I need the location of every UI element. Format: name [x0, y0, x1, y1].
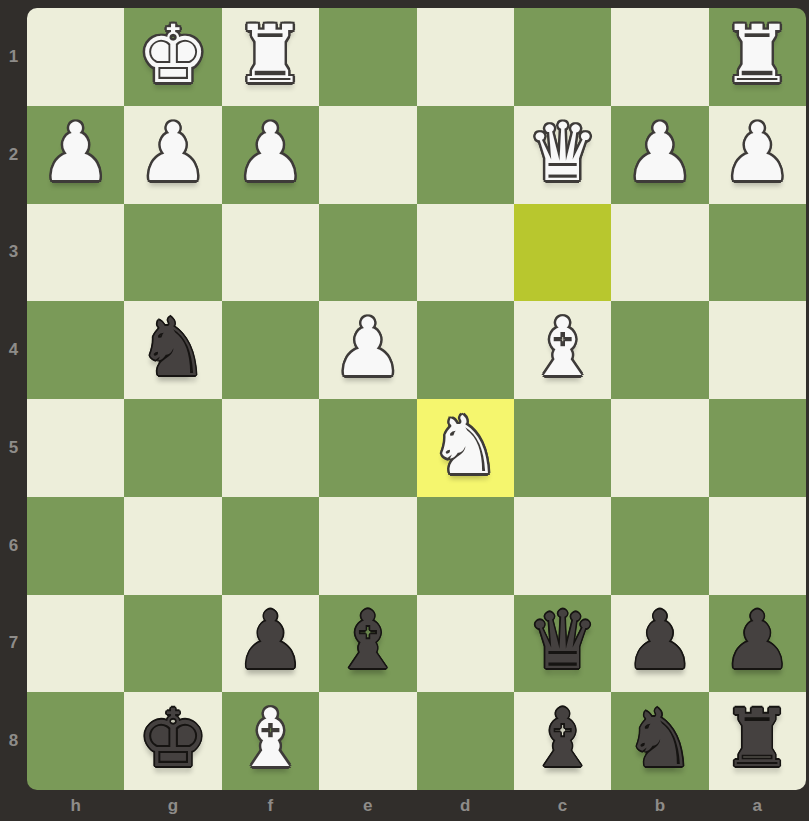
square-h4[interactable] — [27, 301, 124, 399]
square-d2[interactable] — [417, 106, 514, 204]
square-g2[interactable]: ♟ — [124, 106, 221, 204]
white-king[interactable]: ♚ — [137, 15, 209, 95]
square-a5[interactable] — [709, 399, 806, 497]
square-a2[interactable]: ♟ — [709, 106, 806, 204]
white-pawn[interactable]: ♟ — [235, 113, 307, 193]
square-b5[interactable] — [611, 399, 708, 497]
square-e8[interactable] — [319, 692, 416, 790]
square-b3[interactable] — [611, 204, 708, 302]
square-a7[interactable]: ♟ — [709, 595, 806, 693]
square-c8[interactable]: ♝ — [514, 692, 611, 790]
square-d6[interactable] — [417, 497, 514, 595]
square-b4[interactable] — [611, 301, 708, 399]
square-f6[interactable] — [222, 497, 319, 595]
square-a3[interactable] — [709, 204, 806, 302]
square-g5[interactable] — [124, 399, 221, 497]
square-c4[interactable]: ♝ — [514, 301, 611, 399]
square-b2[interactable]: ♟ — [611, 106, 708, 204]
rank-label-1: 1 — [0, 8, 27, 106]
white-rook[interactable]: ♜ — [235, 15, 307, 95]
white-rook[interactable]: ♜ — [721, 15, 793, 95]
square-g4[interactable]: ♞ — [124, 301, 221, 399]
square-b1[interactable] — [611, 8, 708, 106]
square-h3[interactable] — [27, 204, 124, 302]
white-queen[interactable]: ♛ — [527, 113, 599, 193]
black-rook[interactable]: ♜ — [721, 699, 793, 779]
square-h8[interactable] — [27, 692, 124, 790]
square-h7[interactable] — [27, 595, 124, 693]
black-king[interactable]: ♚ — [137, 699, 209, 779]
black-pawn[interactable]: ♟ — [721, 601, 793, 681]
square-g6[interactable] — [124, 497, 221, 595]
white-knight[interactable]: ♞ — [429, 406, 501, 486]
black-queen[interactable]: ♛ — [527, 601, 599, 681]
rank-label-4: 4 — [0, 301, 27, 399]
file-label-f: f — [222, 790, 319, 821]
square-f7[interactable]: ♟ — [222, 595, 319, 693]
file-label-a: a — [709, 790, 806, 821]
white-pawn[interactable]: ♟ — [624, 113, 696, 193]
square-c6[interactable] — [514, 497, 611, 595]
black-pawn[interactable]: ♟ — [235, 601, 307, 681]
square-b7[interactable]: ♟ — [611, 595, 708, 693]
black-pawn[interactable]: ♟ — [624, 601, 696, 681]
square-e4[interactable]: ♟ — [319, 301, 416, 399]
file-labels: hgfedcba — [27, 790, 806, 821]
square-d8[interactable] — [417, 692, 514, 790]
black-bishop[interactable]: ♝ — [332, 601, 404, 681]
square-c7[interactable]: ♛ — [514, 595, 611, 693]
square-e3[interactable] — [319, 204, 416, 302]
square-g1[interactable]: ♚ — [124, 8, 221, 106]
square-d3[interactable] — [417, 204, 514, 302]
square-h6[interactable] — [27, 497, 124, 595]
black-knight[interactable]: ♞ — [624, 699, 696, 779]
square-e5[interactable] — [319, 399, 416, 497]
square-c3[interactable] — [514, 204, 611, 302]
file-label-e: e — [319, 790, 416, 821]
square-a6[interactable] — [709, 497, 806, 595]
square-c2[interactable]: ♛ — [514, 106, 611, 204]
square-d1[interactable] — [417, 8, 514, 106]
white-bishop[interactable]: ♝ — [235, 699, 307, 779]
file-label-c: c — [514, 790, 611, 821]
square-d7[interactable] — [417, 595, 514, 693]
square-d4[interactable] — [417, 301, 514, 399]
square-g7[interactable] — [124, 595, 221, 693]
rank-label-2: 2 — [0, 106, 27, 204]
square-e1[interactable] — [319, 8, 416, 106]
square-c1[interactable] — [514, 8, 611, 106]
rank-labels: 12345678 — [0, 8, 27, 790]
rank-label-7: 7 — [0, 595, 27, 693]
square-g8[interactable]: ♚ — [124, 692, 221, 790]
file-label-h: h — [27, 790, 124, 821]
square-e7[interactable]: ♝ — [319, 595, 416, 693]
square-h5[interactable] — [27, 399, 124, 497]
square-a1[interactable]: ♜ — [709, 8, 806, 106]
square-c5[interactable] — [514, 399, 611, 497]
square-f4[interactable] — [222, 301, 319, 399]
square-b8[interactable]: ♞ — [611, 692, 708, 790]
square-d5[interactable]: ♞ — [417, 399, 514, 497]
rank-label-8: 8 — [0, 692, 27, 790]
white-pawn[interactable]: ♟ — [40, 113, 112, 193]
white-pawn[interactable]: ♟ — [332, 308, 404, 388]
square-f8[interactable]: ♝ — [222, 692, 319, 790]
file-label-g: g — [124, 790, 221, 821]
white-bishop[interactable]: ♝ — [527, 308, 599, 388]
square-a4[interactable] — [709, 301, 806, 399]
file-label-d: d — [417, 790, 514, 821]
square-f3[interactable] — [222, 204, 319, 302]
square-b6[interactable] — [611, 497, 708, 595]
square-h2[interactable]: ♟ — [27, 106, 124, 204]
rank-label-5: 5 — [0, 399, 27, 497]
rank-label-3: 3 — [0, 204, 27, 302]
square-e2[interactable] — [319, 106, 416, 204]
square-h1[interactable] — [27, 8, 124, 106]
white-pawn[interactable]: ♟ — [137, 113, 209, 193]
black-knight[interactable]: ♞ — [137, 308, 209, 388]
black-bishop[interactable]: ♝ — [527, 699, 599, 779]
white-pawn[interactable]: ♟ — [721, 113, 793, 193]
square-f5[interactable] — [222, 399, 319, 497]
square-g3[interactable] — [124, 204, 221, 302]
square-f2[interactable]: ♟ — [222, 106, 319, 204]
square-e6[interactable] — [319, 497, 416, 595]
square-a8[interactable]: ♜ — [709, 692, 806, 790]
square-f1[interactable]: ♜ — [222, 8, 319, 106]
rank-label-6: 6 — [0, 497, 27, 595]
chess-board[interactable]: ♚♜♜♟♟♟♛♟♟♞♟♝♞♟♝♛♟♟♚♝♝♞♜ — [27, 8, 806, 790]
file-label-b: b — [611, 790, 708, 821]
